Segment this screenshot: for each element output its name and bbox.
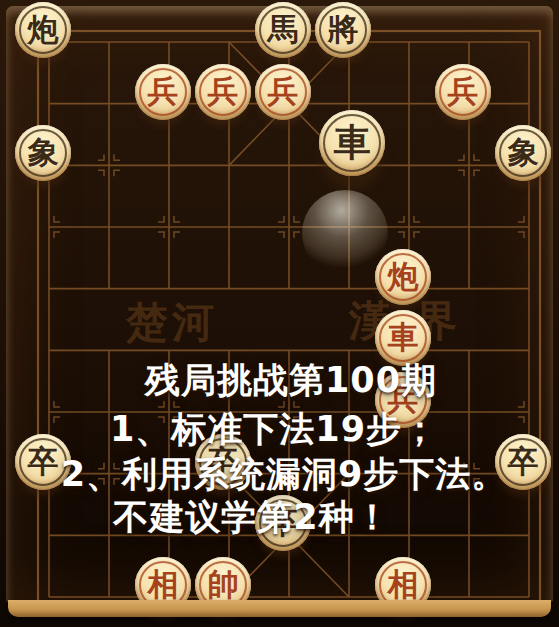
- piece-glyph: 象: [495, 125, 551, 181]
- piece-glyph: 炮: [375, 249, 431, 305]
- piece-black-elephant[interactable]: 象: [15, 125, 71, 181]
- piece-glyph: 兵: [255, 64, 311, 120]
- river-label-chu-he: 楚河: [126, 295, 218, 351]
- piece-glyph: 兵: [435, 64, 491, 120]
- piece-black-elephant[interactable]: 象: [495, 125, 551, 181]
- piece-red-soldier[interactable]: 兵: [195, 64, 251, 120]
- game-screen: 楚河 漢界 炮馬將兵兵兵兵象車象炮車兵卒卒卒卒相帥相 残局挑战第100期 1、标…: [0, 0, 559, 627]
- caption-line-2: 1、标准下法19步；: [110, 406, 438, 453]
- caption-line-1: 残局挑战第100期: [145, 357, 437, 404]
- piece-red-soldier[interactable]: 兵: [435, 64, 491, 120]
- caption-line-4: 不建议学第2种！: [113, 494, 390, 541]
- piece-glyph: 炮: [15, 2, 71, 58]
- caption-line-3: 2、利用系统漏洞9步下法。: [61, 451, 508, 498]
- piece-glyph: 車: [319, 110, 385, 176]
- piece-glyph: 象: [15, 125, 71, 181]
- piece-black-chariot[interactable]: 車: [319, 110, 385, 176]
- piece-black-horse[interactable]: 馬: [255, 2, 311, 58]
- piece-red-soldier[interactable]: 兵: [255, 64, 311, 120]
- piece-glyph: 馬: [255, 2, 311, 58]
- piece-black-general[interactable]: 將: [315, 2, 371, 58]
- board-front-edge: [8, 600, 551, 617]
- piece-red-soldier[interactable]: 兵: [135, 64, 191, 120]
- piece-glyph: 將: [315, 2, 371, 58]
- piece-red-cannon[interactable]: 炮: [375, 249, 431, 305]
- piece-black-cannon[interactable]: 炮: [15, 2, 71, 58]
- piece-glyph: 兵: [135, 64, 191, 120]
- piece-glyph: 兵: [195, 64, 251, 120]
